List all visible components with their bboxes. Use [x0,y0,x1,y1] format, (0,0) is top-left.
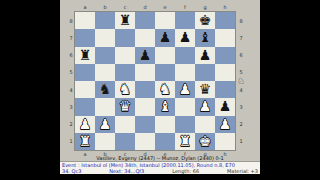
rank-label-7: 7 [238,29,244,46]
square-a2: ♟ [75,116,95,133]
square-h6 [215,47,235,64]
square-b3 [95,98,115,115]
square-h1 [215,133,235,150]
white-pawn: ♟ [219,116,232,133]
file-label-f: f [175,4,195,10]
square-c7 [115,29,135,46]
square-h3: ♟ [215,98,235,115]
black-rook: ♜ [119,12,132,29]
square-d2 [135,116,155,133]
rank-label-6: 6 [238,47,244,64]
white-bishop: ♝ [159,98,172,115]
next-move-label: Next: 34...Qf3 [109,168,144,174]
white-pawn: ♟ [79,116,92,133]
square-h2: ♟ [215,116,235,133]
rank-label-1: 1 [68,133,74,150]
square-f5 [175,64,195,81]
file-label-b: b [95,4,115,10]
rank-label-2: 2 [238,116,244,133]
square-h4 [215,81,235,98]
square-f2 [175,116,195,133]
square-e7: ♟ [155,29,175,46]
file-label-e: e [155,4,175,10]
square-d8 [135,12,155,29]
square-c4: ♞ [115,81,135,98]
square-d1 [135,133,155,150]
square-b6 [95,47,115,64]
move-info-line: 34. Qc3 Next: 34...Qf3 Length: 66 Materi… [60,168,260,174]
knight-icon: ♘ [237,76,245,86]
black-pawn: ♟ [199,47,212,64]
rank-label-3: 3 [238,98,244,115]
square-b2: ♟ [95,116,115,133]
square-g3: ♟ [195,98,215,115]
square-g5 [195,64,215,81]
square-c1 [115,133,135,150]
square-g1: ♚ [195,133,215,150]
square-b8 [95,12,115,29]
square-g6: ♟ [195,47,215,64]
black-rook: ♜ [79,47,92,64]
square-h8 [215,12,235,29]
white-knight: ♞ [119,81,132,98]
square-f6 [175,47,195,64]
black-pawn: ♟ [179,29,192,46]
square-c6 [115,47,135,64]
black-queen: ♛ [199,81,212,98]
square-e1 [155,133,175,150]
square-a4 [75,81,95,98]
file-label-c: c [115,4,135,10]
white-pawn: ♟ [199,98,212,115]
square-f1: ♜ [175,133,195,150]
square-e6 [155,47,175,64]
square-a3 [75,98,95,115]
file-label-g: g [195,4,215,10]
square-b5 [95,64,115,81]
square-f7: ♟ [175,29,195,46]
white-rook: ♜ [179,133,192,150]
black-pawn: ♟ [219,98,232,115]
caption-band: Event : Istanbul ol (Men) 34th, Istanbul… [60,161,260,174]
square-g7: ♝ [195,29,215,46]
rank-label-8: 8 [238,12,244,29]
file-labels-top: abcdefgh [75,4,235,10]
rank-label-3: 3 [68,98,74,115]
file-label-h: h [215,4,235,10]
square-b1 [95,133,115,150]
black-pawn: ♟ [139,47,152,64]
white-pawn: ♟ [179,81,192,98]
rank-label-4: 4 [68,81,74,98]
square-b7 [95,29,115,46]
white-knight: ♞ [159,81,172,98]
rank-label-2: 2 [68,116,74,133]
black-knight: ♞ [99,81,112,98]
square-g2 [195,116,215,133]
white-rook: ♜ [79,133,92,150]
square-b4: ♞ [95,81,115,98]
square-e2 [155,116,175,133]
square-a6: ♜ [75,47,95,64]
square-d5 [135,64,155,81]
square-e4: ♞ [155,81,175,98]
square-c5 [115,64,135,81]
square-a5 [75,64,95,81]
square-e8 [155,12,175,29]
video-frame: abcdefgh 87654321 87654321 ♜♚♟♟♝♜♟♟♞♞♞♟♛… [0,0,320,180]
square-a7 [75,29,95,46]
file-label-d: d [135,4,155,10]
white-queen: ♛ [119,98,132,115]
black-bishop: ♝ [199,29,212,46]
square-h7 [215,29,235,46]
square-g4: ♛ [195,81,215,98]
black-pawn: ♟ [159,29,172,46]
black-king: ♚ [199,12,212,29]
square-c2 [115,116,135,133]
square-f4: ♟ [175,81,195,98]
current-move-label: 34. Qc3 [62,168,81,174]
rank-label-7: 7 [68,29,74,46]
square-f3 [175,98,195,115]
rank-labels-left: 87654321 [68,12,74,150]
rank-label-6: 6 [68,47,74,64]
square-h5 [215,64,235,81]
square-c3: ♛ [115,98,135,115]
rank-label-5: 5 [68,64,74,81]
square-a8 [75,12,95,29]
square-d6: ♟ [135,47,155,64]
square-f8 [175,12,195,29]
rank-label-8: 8 [68,12,74,29]
square-d7 [135,29,155,46]
square-g8: ♚ [195,12,215,29]
diagram-area: abcdefgh 87654321 87654321 ♜♚♟♟♝♜♟♟♞♞♞♟♛… [60,0,260,174]
square-e5 [155,64,175,81]
square-d3 [135,98,155,115]
length-label: Length: 66 [172,168,199,174]
square-c8: ♜ [115,12,135,29]
chess-board: ♜♚♟♟♝♜♟♟♞♞♞♟♛♛♝♟♟♟♟♟♜♜♚ [75,12,235,150]
white-pawn: ♟ [99,116,112,133]
white-king: ♚ [199,133,212,150]
rank-label-1: 1 [238,133,244,150]
square-d4 [135,81,155,98]
file-label-a: a [75,4,95,10]
material-label: Material: +3 [227,168,258,174]
square-e3: ♝ [155,98,175,115]
square-a1: ♜ [75,133,95,150]
